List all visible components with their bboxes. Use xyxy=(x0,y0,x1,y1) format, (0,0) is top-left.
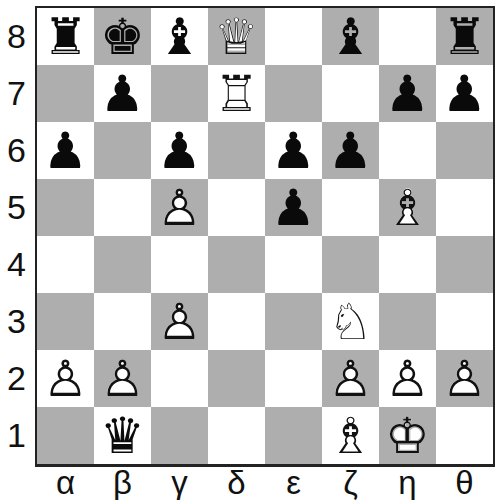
square-γ4[interactable] xyxy=(151,236,208,293)
piece-black-pawn: ♟ xyxy=(322,122,379,179)
square-β7[interactable]: ♟ xyxy=(94,65,151,122)
rank-label-1: 1 xyxy=(0,407,33,464)
square-β5[interactable] xyxy=(94,179,151,236)
square-δ1[interactable] xyxy=(208,407,265,464)
rank-label-5: 5 xyxy=(0,179,33,236)
piece-white-pawn: ♟♙ xyxy=(37,350,94,407)
piece-black-pawn: ♟ xyxy=(436,65,493,122)
piece-black-pawn: ♟ xyxy=(94,65,151,122)
file-label-γ: γ xyxy=(151,462,208,500)
square-α2[interactable]: ♟♙ xyxy=(37,350,94,407)
square-ε4[interactable] xyxy=(265,236,322,293)
file-label-β: β xyxy=(94,462,151,500)
piece-white-king: ♚♔ xyxy=(379,407,436,464)
square-ε5[interactable]: ♟ xyxy=(265,179,322,236)
square-α5[interactable] xyxy=(37,179,94,236)
square-η2[interactable]: ♟♙ xyxy=(379,350,436,407)
square-ζ8[interactable]: ♝ xyxy=(322,8,379,65)
file-label-ε: ε xyxy=(265,462,322,500)
square-δ2[interactable] xyxy=(208,350,265,407)
square-γ1[interactable] xyxy=(151,407,208,464)
piece-black-queen: ♛ xyxy=(94,407,151,464)
piece-white-knight: ♞♘ xyxy=(322,293,379,350)
square-α4[interactable] xyxy=(37,236,94,293)
piece-black-bishop: ♝ xyxy=(322,8,379,65)
square-γ5[interactable]: ♟♙ xyxy=(151,179,208,236)
square-δ8[interactable]: ♛♕ xyxy=(208,8,265,65)
square-η7[interactable]: ♟ xyxy=(379,65,436,122)
file-label-ζ: ζ xyxy=(322,462,379,500)
square-α7[interactable] xyxy=(37,65,94,122)
square-θ1[interactable] xyxy=(436,407,493,464)
square-ζ2[interactable]: ♟♙ xyxy=(322,350,379,407)
rank-label-2: 2 xyxy=(0,350,33,407)
square-θ6[interactable] xyxy=(436,122,493,179)
square-γ7[interactable] xyxy=(151,65,208,122)
piece-white-bishop: ♝♗ xyxy=(379,179,436,236)
piece-black-rook: ♜ xyxy=(436,8,493,65)
piece-white-pawn: ♟♙ xyxy=(151,179,208,236)
square-θ2[interactable]: ♟♙ xyxy=(436,350,493,407)
piece-black-pawn: ♟ xyxy=(265,179,322,236)
square-β8[interactable]: ♚ xyxy=(94,8,151,65)
square-ε2[interactable] xyxy=(265,350,322,407)
chess-diagram: 87654321 ♜♚♝♛♕♝♜♟♜♖♟♟♟♟♟♟♟♙♟♝♗♟♙♞♘♟♙♟♙♟♙… xyxy=(0,0,500,500)
file-label-θ: θ xyxy=(436,462,493,500)
square-β2[interactable]: ♟♙ xyxy=(94,350,151,407)
file-label-η: η xyxy=(379,462,436,500)
piece-white-pawn: ♟♙ xyxy=(436,350,493,407)
square-ζ6[interactable]: ♟ xyxy=(322,122,379,179)
square-θ7[interactable]: ♟ xyxy=(436,65,493,122)
file-labels: αβγδεζηθ xyxy=(37,462,493,500)
square-ζ4[interactable] xyxy=(322,236,379,293)
chess-board: ♜♚♝♛♕♝♜♟♜♖♟♟♟♟♟♟♟♙♟♝♗♟♙♞♘♟♙♟♙♟♙♟♙♟♙♛♝♗♚♔ xyxy=(35,6,495,467)
square-θ5[interactable] xyxy=(436,179,493,236)
square-δ6[interactable] xyxy=(208,122,265,179)
piece-white-pawn: ♟♙ xyxy=(151,293,208,350)
piece-white-queen: ♛♕ xyxy=(208,8,265,65)
square-γ6[interactable]: ♟ xyxy=(151,122,208,179)
piece-white-pawn: ♟♙ xyxy=(322,350,379,407)
square-β1[interactable]: ♛ xyxy=(94,407,151,464)
square-γ8[interactable]: ♝ xyxy=(151,8,208,65)
rank-label-8: 8 xyxy=(0,8,33,65)
rank-label-4: 4 xyxy=(0,236,33,293)
square-η8[interactable] xyxy=(379,8,436,65)
rank-label-6: 6 xyxy=(0,122,33,179)
piece-black-king: ♚ xyxy=(94,8,151,65)
square-θ8[interactable]: ♜ xyxy=(436,8,493,65)
square-β3[interactable] xyxy=(94,293,151,350)
square-α1[interactable] xyxy=(37,407,94,464)
rank-labels: 87654321 xyxy=(0,8,33,464)
square-α3[interactable] xyxy=(37,293,94,350)
piece-white-rook: ♜♖ xyxy=(208,65,265,122)
square-α6[interactable]: ♟ xyxy=(37,122,94,179)
square-α8[interactable]: ♜ xyxy=(37,8,94,65)
square-ε6[interactable]: ♟ xyxy=(265,122,322,179)
square-δ7[interactable]: ♜♖ xyxy=(208,65,265,122)
square-β6[interactable] xyxy=(94,122,151,179)
file-label-α: α xyxy=(37,462,94,500)
square-θ4[interactable] xyxy=(436,236,493,293)
piece-black-pawn: ♟ xyxy=(379,65,436,122)
piece-black-rook: ♜ xyxy=(37,8,94,65)
square-ε3[interactable] xyxy=(265,293,322,350)
square-ζ3[interactable]: ♞♘ xyxy=(322,293,379,350)
square-ζ7[interactable] xyxy=(322,65,379,122)
square-η4[interactable] xyxy=(379,236,436,293)
square-ζ1[interactable]: ♝♗ xyxy=(322,407,379,464)
rank-label-7: 7 xyxy=(0,65,33,122)
square-β4[interactable] xyxy=(94,236,151,293)
piece-white-bishop: ♝♗ xyxy=(322,407,379,464)
square-δ3[interactable] xyxy=(208,293,265,350)
square-ε8[interactable] xyxy=(265,8,322,65)
piece-white-pawn: ♟♙ xyxy=(94,350,151,407)
square-η5[interactable]: ♝♗ xyxy=(379,179,436,236)
file-label-δ: δ xyxy=(208,462,265,500)
piece-black-pawn: ♟ xyxy=(265,122,322,179)
square-γ2[interactable] xyxy=(151,350,208,407)
square-θ3[interactable] xyxy=(436,293,493,350)
piece-black-bishop: ♝ xyxy=(151,8,208,65)
square-η1[interactable]: ♚♔ xyxy=(379,407,436,464)
square-δ5[interactable] xyxy=(208,179,265,236)
piece-black-pawn: ♟ xyxy=(151,122,208,179)
square-γ3[interactable]: ♟♙ xyxy=(151,293,208,350)
square-ε7[interactable] xyxy=(265,65,322,122)
piece-black-pawn: ♟ xyxy=(37,122,94,179)
square-δ4[interactable] xyxy=(208,236,265,293)
square-ε1[interactable] xyxy=(265,407,322,464)
rank-label-3: 3 xyxy=(0,293,33,350)
square-η6[interactable] xyxy=(379,122,436,179)
square-ζ5[interactable] xyxy=(322,179,379,236)
square-η3[interactable] xyxy=(379,293,436,350)
piece-white-pawn: ♟♙ xyxy=(379,350,436,407)
